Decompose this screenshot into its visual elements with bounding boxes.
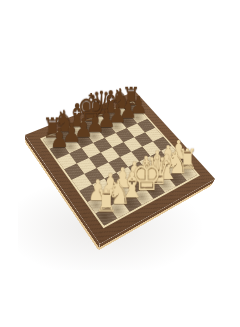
board-inlay-line: ♜♟♟♜♞♟♟♞♝♟♟♝♛♟♟♛♚♟♟♚♝♟♟♝♞♟♟♞♜♟♟♜ — [40, 101, 200, 229]
piece-white-rook: ♜ — [94, 186, 119, 216]
piece-black-pawn: ♟ — [48, 125, 71, 151]
chess-board: ♜♟♟♜♞♟♟♞♝♟♟♝♛♟♟♛♚♟♟♚♝♟♟♝♞♟♟♞♜♟♟♜ — [25, 91, 215, 244]
square-h1: ♜ — [96, 207, 117, 226]
board-frame: ♜♟♟♜♞♟♟♞♝♟♟♝♛♟♟♛♚♟♟♚♝♟♟♝♞♟♟♞♜♟♟♜ — [25, 91, 215, 244]
product-photo: ♜♟♟♜♞♟♟♞♝♟♟♝♛♟♟♛♚♟♟♚♝♟♟♝♞♟♟♞♜♟♟♜ — [0, 0, 240, 327]
